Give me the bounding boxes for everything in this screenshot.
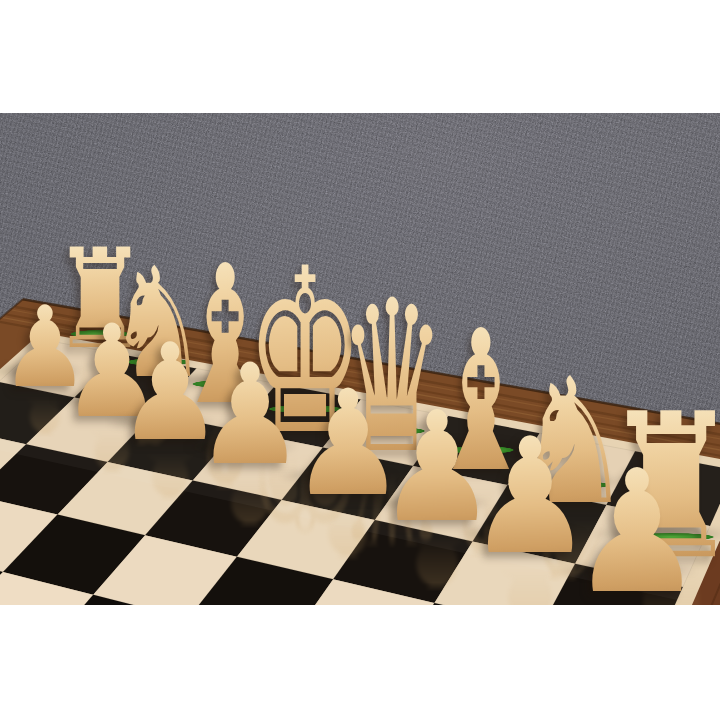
product-photo: ♜♜♞♞♝♝♚♚♛♛♝♝♞♞♜♜♟♟♟♟♟♟♟♟♟♟♟♟♟♟♟♟ [0,113,720,605]
photo-world: ♜♜♞♞♝♝♚♚♛♛♝♝♞♞♜♜♟♟♟♟♟♟♟♟♟♟♟♟♟♟♟♟ [0,113,720,605]
scene: { "game": "chess", "scene": { "descripti… [0,0,720,720]
piece-white-pawn-e2: ♟ [195,346,305,485]
piece-white-pawn-a2: ♟ [570,447,704,605]
pieces-layer: ♜♜♞♞♝♝♚♚♛♛♝♝♞♞♜♜♟♟♟♟♟♟♟♟♟♟♟♟♟♟♟♟ [0,113,720,605]
